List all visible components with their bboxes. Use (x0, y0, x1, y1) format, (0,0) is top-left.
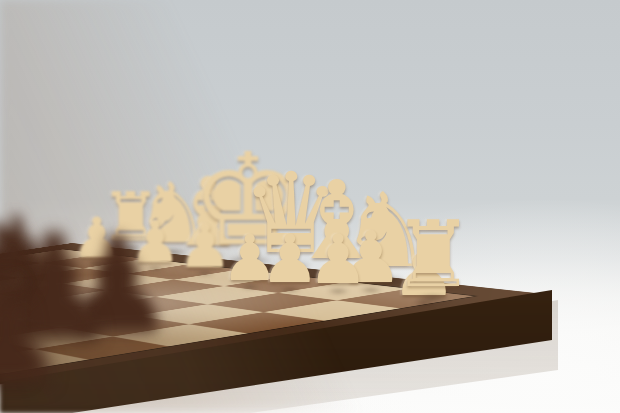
chess-photo-scene: ♜♞♝♛♚♝♞♜♟♟♟♟♟♟♟♟♜♞♟♟♟ (0, 0, 620, 413)
black-pawn-a7: ♟ (0, 263, 69, 403)
white-rook-a1: ♜ (392, 209, 474, 301)
white-pawn-c2: ♟ (307, 226, 368, 294)
